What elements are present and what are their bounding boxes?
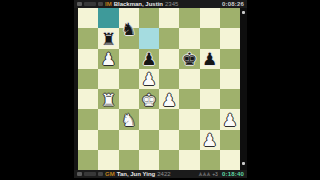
- square-e3[interactable]: [159, 109, 179, 129]
- square-h6[interactable]: [220, 49, 240, 69]
- black-king-piece[interactable]: ♚: [182, 51, 197, 68]
- square-a3[interactable]: [78, 109, 98, 129]
- square-g6[interactable]: ♟: [200, 49, 220, 69]
- marker-icon-top: [242, 11, 245, 14]
- app-content: IM Blackman, Justin 2345 0:08:26 ♜♟♟♚♟♟♜…: [74, 0, 247, 178]
- square-d2[interactable]: [139, 130, 159, 150]
- black-pawn-piece[interactable]: ♟: [202, 51, 217, 68]
- square-a5[interactable]: [78, 69, 98, 89]
- white-pawn-piece[interactable]: ♟: [202, 132, 217, 149]
- square-c5[interactable]: [119, 69, 139, 89]
- square-g1[interactable]: [200, 150, 220, 170]
- square-d8[interactable]: [139, 8, 159, 28]
- square-c4[interactable]: [119, 89, 139, 109]
- top-player-rating: 2345: [165, 0, 178, 8]
- top-player-clock: 0:08:26: [222, 0, 244, 8]
- square-a1[interactable]: [78, 150, 98, 170]
- black-pawn-piece[interactable]: ♟: [141, 51, 156, 68]
- square-f7[interactable]: [179, 28, 199, 48]
- top-player-name: Blackman, Justin: [114, 0, 163, 8]
- square-b1[interactable]: [98, 150, 118, 170]
- square-a7[interactable]: [78, 28, 98, 48]
- square-b8[interactable]: [98, 8, 118, 28]
- move-number-icon[interactable]: [77, 172, 82, 176]
- square-b6[interactable]: ♟: [98, 49, 118, 69]
- square-c3[interactable]: ♞: [119, 109, 139, 129]
- square-g7[interactable]: [200, 28, 220, 48]
- square-h4[interactable]: [220, 89, 240, 109]
- square-a6[interactable]: [78, 49, 98, 69]
- square-c2[interactable]: [119, 130, 139, 150]
- square-f1[interactable]: [179, 150, 199, 170]
- square-g8[interactable]: [200, 8, 220, 28]
- top-player-title: IM: [105, 0, 112, 8]
- square-b2[interactable]: [98, 130, 118, 150]
- square-g5[interactable]: [200, 69, 220, 89]
- white-king-piece[interactable]: ♚: [141, 91, 156, 108]
- square-h5[interactable]: [220, 69, 240, 89]
- square-h2[interactable]: [220, 130, 240, 150]
- square-f4[interactable]: [179, 89, 199, 109]
- black-rook-piece[interactable]: ♜: [101, 30, 116, 47]
- white-rook-piece[interactable]: ♜: [101, 91, 116, 108]
- square-d4[interactable]: ♚: [139, 89, 159, 109]
- piece-color-icon: [98, 2, 103, 6]
- bottom-player-name: Tan, Jun Ying: [117, 170, 156, 178]
- square-e6[interactable]: [159, 49, 179, 69]
- federation-flag-icon: [84, 172, 96, 176]
- bottom-player-clock: 0:18:40: [222, 170, 244, 178]
- square-b7[interactable]: ♜: [98, 28, 118, 48]
- board: ♜♟♟♚♟♟♜♚♟♞♟♟♞: [78, 8, 240, 170]
- white-pawn-piece[interactable]: ♟: [101, 51, 116, 68]
- square-e7[interactable]: [159, 28, 179, 48]
- white-pawn-piece[interactable]: ♟: [141, 71, 156, 88]
- material-advantage: +3: [212, 170, 218, 178]
- square-h8[interactable]: [220, 8, 240, 28]
- square-f5[interactable]: [179, 69, 199, 89]
- square-d6[interactable]: ♟: [139, 49, 159, 69]
- square-h7[interactable]: [220, 28, 240, 48]
- square-c8[interactable]: [119, 8, 139, 28]
- square-d1[interactable]: [139, 150, 159, 170]
- square-d3[interactable]: [139, 109, 159, 129]
- bottom-player-bar[interactable]: GM Tan, Jun Ying 2422 ♙♙♙ +3 0:18:40: [74, 170, 247, 178]
- piece-color-icon: [98, 172, 103, 176]
- square-b4[interactable]: ♜: [98, 89, 118, 109]
- bottom-player-rating: 2422: [157, 170, 170, 178]
- square-b5[interactable]: [98, 69, 118, 89]
- square-h3[interactable]: ♟: [220, 109, 240, 129]
- video-frame: IM Blackman, Justin 2345 0:08:26 ♜♟♟♚♟♟♜…: [0, 0, 320, 180]
- square-b3[interactable]: [98, 109, 118, 129]
- marker-icon-bottom: [242, 162, 245, 165]
- captured-pawns: ♙♙♙: [198, 170, 210, 178]
- square-f8[interactable]: [179, 8, 199, 28]
- square-d5[interactable]: ♟: [139, 69, 159, 89]
- square-h1[interactable]: [220, 150, 240, 170]
- square-e8[interactable]: [159, 8, 179, 28]
- square-c1[interactable]: [119, 150, 139, 170]
- square-g3[interactable]: [200, 109, 220, 129]
- side-strip: [240, 8, 247, 170]
- square-d7[interactable]: [139, 28, 159, 48]
- square-f2[interactable]: [179, 130, 199, 150]
- square-e1[interactable]: [159, 150, 179, 170]
- square-e5[interactable]: [159, 69, 179, 89]
- square-c7[interactable]: [119, 28, 139, 48]
- square-g2[interactable]: ♟: [200, 130, 220, 150]
- square-c6[interactable]: [119, 49, 139, 69]
- white-knight-piece[interactable]: ♞: [121, 111, 136, 128]
- white-pawn-piece[interactable]: ♟: [162, 91, 177, 108]
- federation-flag-icon: [84, 2, 96, 6]
- top-player-bar[interactable]: IM Blackman, Justin 2345 0:08:26: [74, 0, 247, 8]
- square-e4[interactable]: ♟: [159, 89, 179, 109]
- square-a8[interactable]: [78, 8, 98, 28]
- square-a2[interactable]: [78, 130, 98, 150]
- square-g4[interactable]: [200, 89, 220, 109]
- square-e2[interactable]: [159, 130, 179, 150]
- square-f6[interactable]: ♚: [179, 49, 199, 69]
- menu-icon[interactable]: [77, 2, 82, 6]
- square-a4[interactable]: [78, 89, 98, 109]
- bottom-player-title: GM: [105, 170, 115, 178]
- square-f3[interactable]: [179, 109, 199, 129]
- white-pawn-piece[interactable]: ♟: [222, 111, 237, 128]
